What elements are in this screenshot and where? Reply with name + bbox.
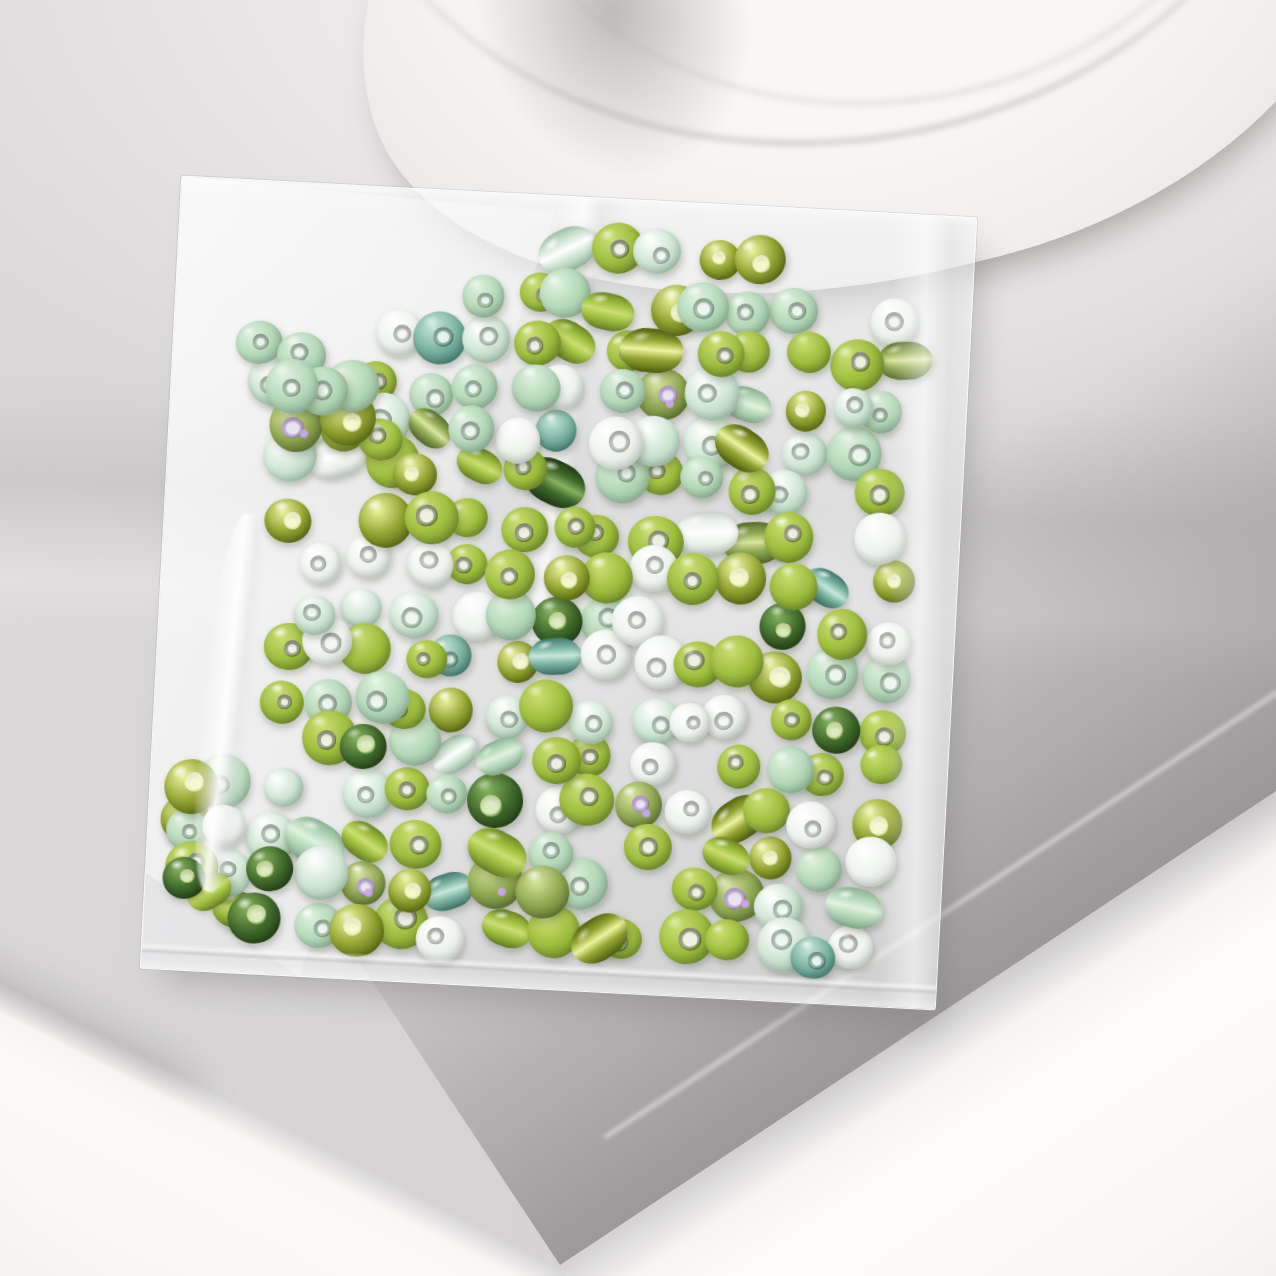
bead-hole — [884, 310, 906, 332]
bead-hole — [567, 518, 584, 535]
iridescent-glint — [664, 399, 675, 410]
seed-bead — [715, 742, 763, 790]
bead-hole — [644, 555, 664, 575]
seed-bead — [786, 801, 837, 850]
bead-hole — [477, 292, 493, 308]
seed-bead — [262, 765, 306, 808]
bead-hole — [284, 639, 302, 657]
bead-hole — [596, 644, 617, 665]
bead-hole — [772, 900, 791, 919]
iridescent-glint — [362, 887, 374, 899]
seed-bead — [828, 336, 888, 394]
bead-hole — [608, 430, 630, 452]
bead-hole — [650, 715, 671, 736]
bead-hole — [320, 632, 342, 654]
bead-hole — [316, 730, 337, 751]
bead-hole — [525, 336, 544, 355]
bead-hole — [514, 522, 535, 543]
seed-bead — [852, 510, 907, 566]
bead-hole — [825, 664, 847, 686]
bead-hole — [682, 799, 701, 818]
bead-hole — [178, 868, 194, 884]
bead-hole — [829, 623, 848, 642]
bead-hole — [727, 754, 745, 772]
bead-hole — [407, 834, 430, 857]
bead-hole — [416, 651, 431, 666]
seed-bead — [743, 787, 791, 833]
bead-hole — [713, 710, 733, 730]
iridescent-glint — [496, 886, 507, 897]
bead-hole — [256, 860, 275, 879]
bead-hole — [281, 509, 303, 531]
seed-bead — [628, 739, 677, 787]
bead-hole — [569, 876, 590, 897]
bead-hole — [478, 326, 498, 346]
bead-hole — [880, 672, 901, 693]
bead-hole — [693, 298, 715, 320]
bead-hole — [609, 238, 630, 259]
seed-bead — [499, 505, 550, 554]
bead-hole — [782, 523, 803, 544]
seed-bead — [676, 511, 739, 555]
bead-hole — [460, 421, 482, 443]
bead-hole — [638, 836, 659, 857]
bead-hole — [698, 384, 718, 404]
bead-hole — [868, 815, 888, 835]
bead-hole — [426, 926, 446, 946]
seed-bead — [519, 679, 573, 732]
seed-bead — [768, 286, 820, 335]
iridescent-glint — [298, 428, 309, 439]
bead-hole — [685, 716, 700, 731]
seed-bead — [411, 308, 470, 366]
seed-bead — [873, 561, 915, 603]
bead-hole — [686, 882, 706, 902]
bead-hole — [439, 787, 457, 805]
bead-hole — [681, 570, 703, 592]
seed-bead — [461, 314, 510, 363]
bead-hole — [583, 713, 605, 735]
seed-bead — [784, 328, 833, 375]
bead-hole — [850, 351, 871, 372]
bead-hole — [402, 465, 420, 483]
bead-hole — [614, 380, 634, 400]
bead-hole — [415, 504, 438, 527]
bead-hole — [364, 689, 389, 714]
seed-bead — [661, 786, 712, 836]
bead-hole — [696, 470, 713, 487]
bead-hole — [581, 748, 598, 765]
bead-hole — [356, 786, 374, 804]
bead-hole — [547, 611, 567, 631]
bead-hole — [762, 849, 779, 866]
bead-hole — [741, 485, 760, 504]
bead-hole — [736, 303, 754, 321]
bead-hole — [869, 485, 890, 506]
bead-hole — [846, 442, 871, 467]
bead-hole — [560, 571, 579, 590]
seed-bead — [532, 405, 581, 455]
bead-hole — [715, 345, 736, 366]
bead-hole — [453, 556, 472, 575]
bead-hole — [806, 950, 827, 971]
bead-hole — [512, 653, 529, 670]
seed-bead — [339, 724, 386, 770]
seed-bead — [821, 882, 886, 933]
seed-bead — [811, 706, 861, 755]
bead-hole — [392, 323, 413, 344]
bead-hole — [771, 928, 793, 950]
seed-bead — [445, 402, 498, 456]
photo-scene — [0, 0, 1276, 1276]
seed-bead — [329, 904, 385, 958]
bead-hole — [541, 841, 560, 860]
seed-bead — [877, 341, 933, 381]
bead-hole — [282, 378, 301, 397]
seed-bead — [770, 699, 812, 741]
bead-hole — [579, 786, 600, 807]
bead-hole — [846, 396, 864, 414]
seed-bead — [260, 494, 314, 546]
bead-hole — [342, 412, 363, 433]
bead-hole — [276, 693, 295, 712]
bead-hole — [402, 881, 423, 902]
bead-hole — [260, 823, 281, 844]
bead-hole — [751, 254, 771, 274]
seed-bead — [299, 542, 342, 586]
seed-bead — [467, 772, 523, 827]
seed-bead — [462, 274, 505, 318]
bead-hole — [547, 754, 566, 773]
seed-bead — [404, 490, 460, 545]
bead-hole — [247, 904, 267, 924]
seed-bead — [541, 553, 592, 603]
seed-bead — [781, 387, 830, 437]
bead-hole — [774, 622, 793, 641]
bead-hole — [499, 566, 519, 586]
bead-hole — [791, 442, 809, 460]
seed-bead — [732, 233, 788, 287]
bead-hole — [871, 406, 888, 423]
bead-hole — [480, 794, 502, 816]
bead-hole — [887, 574, 901, 588]
bead-hole — [711, 249, 727, 265]
seed-bead — [265, 358, 319, 413]
bead-hole — [677, 927, 703, 953]
bead-hole — [793, 402, 812, 421]
seed-bead — [256, 676, 309, 728]
seed-bead — [554, 507, 595, 548]
seed-bead — [615, 781, 663, 829]
seed-bead — [622, 822, 672, 871]
bead-hole — [400, 606, 423, 629]
bead-hole — [426, 389, 444, 407]
bead-hole — [788, 301, 807, 320]
bead-hole — [310, 555, 328, 573]
seed-bead — [723, 289, 772, 336]
seed-bead — [631, 227, 682, 275]
seed-bead — [795, 846, 842, 892]
seed-bead — [424, 772, 470, 816]
seed-bead — [227, 892, 281, 944]
bead-hole — [727, 566, 751, 590]
bead-hole — [398, 781, 417, 800]
bead-hole — [499, 709, 519, 729]
iridescent-glint — [739, 898, 750, 909]
bead-hole — [359, 546, 377, 564]
bead-hole — [418, 548, 441, 571]
seed-bead — [384, 814, 446, 873]
bead-hole — [627, 610, 646, 629]
seed-bead — [385, 588, 441, 641]
bead-hole — [784, 712, 800, 728]
bead-hole — [302, 602, 322, 622]
bead-hole — [877, 631, 896, 650]
bead-hole — [646, 657, 666, 677]
iridescent-glint — [641, 808, 651, 818]
plastic-bag — [140, 176, 977, 1011]
seed-bead — [854, 468, 905, 517]
bead-hole — [767, 664, 793, 690]
seed-bead — [528, 637, 582, 675]
bead-hole — [357, 735, 376, 754]
seed-bead — [451, 364, 498, 410]
bead-hole — [684, 650, 705, 671]
bead-hole — [433, 326, 455, 348]
bead-hole — [183, 771, 205, 793]
bead-hole — [182, 824, 197, 839]
seed-bead — [403, 537, 458, 592]
bead-hole — [804, 820, 821, 837]
seed-beads-cluster — [141, 177, 976, 1010]
bead-hole — [640, 757, 659, 776]
bead-hole — [465, 381, 482, 398]
bead-hole — [251, 333, 269, 351]
bead-hole — [825, 722, 843, 740]
seed-bead — [483, 547, 537, 601]
bead-hole — [652, 246, 670, 264]
bead-hole — [815, 768, 834, 787]
bead-hole — [343, 917, 362, 936]
bead-hole — [837, 932, 859, 954]
